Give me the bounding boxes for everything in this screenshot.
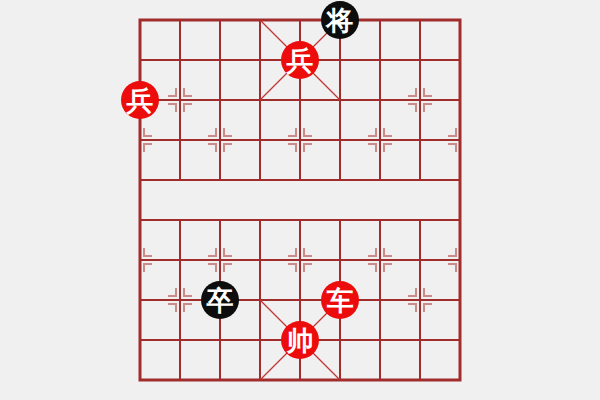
piece-black-general[interactable]: 将 xyxy=(321,1,359,39)
piece-red-chariot[interactable]: 车 xyxy=(321,281,359,319)
piece-red-soldier-1[interactable]: 兵 xyxy=(281,41,319,79)
xiangqi-board-stage: 将兵兵卒车帅 xyxy=(0,0,600,400)
piece-red-general[interactable]: 帅 xyxy=(281,321,319,359)
piece-black-soldier[interactable]: 卒 xyxy=(201,281,239,319)
xiangqi-board: 将兵兵卒车帅 xyxy=(120,0,480,400)
piece-red-soldier-2[interactable]: 兵 xyxy=(121,81,159,119)
